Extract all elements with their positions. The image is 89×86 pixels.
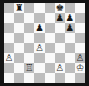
piece-black-pawn: ♟ — [66, 13, 75, 23]
square-e2[interactable] — [45, 63, 55, 73]
square-f2[interactable]: ♙ — [55, 63, 65, 73]
square-d1[interactable] — [34, 73, 44, 83]
square-g4[interactable] — [65, 43, 75, 53]
piece-black-pawn: ♟ — [55, 13, 64, 23]
square-f3[interactable] — [55, 53, 65, 63]
square-h2[interactable]: ♔ — [75, 63, 85, 73]
square-g2[interactable] — [65, 63, 75, 73]
square-c4[interactable] — [24, 43, 34, 53]
board-grid: ♜♚♟♟♟♟♙♙♙♖♙♔ — [4, 3, 85, 83]
piece-white-king: ♔ — [76, 63, 85, 73]
square-e6[interactable] — [45, 23, 55, 33]
square-a4[interactable] — [4, 43, 14, 53]
square-h7[interactable] — [75, 13, 85, 23]
piece-white-pawn: ♙ — [55, 63, 64, 73]
square-c7[interactable] — [24, 13, 34, 23]
square-g8[interactable] — [65, 3, 75, 13]
piece-white-pawn: ♙ — [76, 53, 85, 63]
square-f5[interactable] — [55, 33, 65, 43]
square-g7[interactable]: ♟ — [65, 13, 75, 23]
square-b4[interactable] — [14, 43, 24, 53]
square-g6[interactable]: ♟ — [65, 23, 75, 33]
square-b6[interactable] — [14, 23, 24, 33]
square-c5[interactable] — [24, 33, 34, 43]
square-b2[interactable] — [14, 63, 24, 73]
piece-white-pawn: ♙ — [35, 43, 44, 53]
square-a7[interactable] — [4, 13, 14, 23]
square-a6[interactable] — [4, 23, 14, 33]
square-h3[interactable]: ♙ — [75, 53, 85, 63]
square-f7[interactable]: ♟ — [55, 13, 65, 23]
square-f8[interactable]: ♚ — [55, 3, 65, 13]
piece-black-pawn: ♟ — [35, 23, 44, 33]
square-h6[interactable] — [75, 23, 85, 33]
square-a5[interactable] — [4, 33, 14, 43]
square-g3[interactable] — [65, 53, 75, 63]
square-c3[interactable] — [24, 53, 34, 63]
chess-board: ♜♚♟♟♟♟♙♙♙♖♙♔ — [0, 0, 89, 86]
square-b7[interactable] — [14, 13, 24, 23]
square-d4[interactable]: ♙ — [34, 43, 44, 53]
square-h1[interactable] — [75, 73, 85, 83]
square-e4[interactable] — [45, 43, 55, 53]
square-c2[interactable]: ♖ — [24, 63, 34, 73]
piece-black-rook: ♜ — [15, 3, 24, 13]
square-d7[interactable] — [34, 13, 44, 23]
square-d3[interactable] — [34, 53, 44, 63]
square-h4[interactable] — [75, 43, 85, 53]
square-c1[interactable] — [24, 73, 34, 83]
square-a1[interactable] — [4, 73, 14, 83]
square-e3[interactable] — [45, 53, 55, 63]
piece-white-rook: ♖ — [25, 63, 34, 73]
square-f4[interactable] — [55, 43, 65, 53]
piece-black-pawn: ♟ — [66, 23, 75, 33]
square-d6[interactable]: ♟ — [34, 23, 44, 33]
square-b5[interactable] — [14, 33, 24, 43]
square-g5[interactable] — [65, 33, 75, 43]
piece-white-pawn: ♙ — [5, 53, 14, 63]
square-d8[interactable] — [34, 3, 44, 13]
square-f6[interactable] — [55, 23, 65, 33]
square-e7[interactable] — [45, 13, 55, 23]
square-b1[interactable] — [14, 73, 24, 83]
square-a3[interactable]: ♙ — [4, 53, 14, 63]
piece-black-king: ♚ — [55, 3, 64, 13]
square-c8[interactable] — [24, 3, 34, 13]
square-e5[interactable] — [45, 33, 55, 43]
square-e8[interactable] — [45, 3, 55, 13]
square-a2[interactable] — [4, 63, 14, 73]
square-b3[interactable] — [14, 53, 24, 63]
square-h8[interactable] — [75, 3, 85, 13]
square-h5[interactable] — [75, 33, 85, 43]
square-d2[interactable] — [34, 63, 44, 73]
square-e1[interactable] — [45, 73, 55, 83]
square-f1[interactable] — [55, 73, 65, 83]
square-g1[interactable] — [65, 73, 75, 83]
square-c6[interactable] — [24, 23, 34, 33]
square-a8[interactable] — [4, 3, 14, 13]
square-d5[interactable] — [34, 33, 44, 43]
square-b8[interactable]: ♜ — [14, 3, 24, 13]
